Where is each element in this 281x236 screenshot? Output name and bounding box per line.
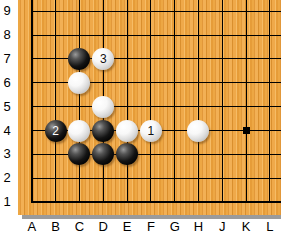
- stone-white-F4[interactable]: 1: [140, 120, 162, 142]
- move-number-3: 3: [100, 52, 107, 66]
- stone-white-D5[interactable]: [92, 96, 114, 118]
- stone-black-C3[interactable]: [68, 143, 90, 165]
- column-label-G: G: [163, 219, 187, 235]
- stone-white-E4[interactable]: [116, 120, 138, 142]
- move-number-1: 1: [148, 124, 155, 138]
- row-label-7: 7: [0, 47, 14, 71]
- stone-black-C7[interactable]: [68, 48, 90, 70]
- column-label-E: E: [115, 219, 139, 235]
- stone-white-D7[interactable]: 3: [92, 48, 114, 70]
- column-label-K: K: [234, 219, 258, 235]
- row-label-6: 6: [0, 71, 14, 95]
- column-label-A: A: [20, 219, 44, 235]
- column-label-H: H: [187, 219, 211, 235]
- row-label-2: 2: [0, 166, 14, 190]
- stone-white-C4[interactable]: [68, 120, 90, 142]
- stone-black-D3[interactable]: [92, 143, 114, 165]
- row-label-8: 8: [0, 23, 14, 47]
- stone-black-B4[interactable]: 2: [45, 120, 67, 142]
- row-label-1: 1: [0, 190, 14, 214]
- column-label-J: J: [210, 219, 234, 235]
- move-number-2: 2: [52, 124, 59, 138]
- stone-white-H4[interactable]: [187, 120, 209, 142]
- stone-white-C6[interactable]: [68, 72, 90, 94]
- row-label-9: 9: [0, 0, 14, 23]
- go-diagram: 987654321 ABCDEFGHJKL 231: [0, 0, 281, 236]
- row-label-5: 5: [0, 95, 14, 119]
- column-label-F: F: [139, 219, 163, 235]
- column-label-B: B: [44, 219, 68, 235]
- column-label-D: D: [91, 219, 115, 235]
- column-label-L: L: [258, 219, 281, 235]
- stone-grid: 231: [20, 0, 281, 214]
- column-label-C: C: [68, 219, 92, 235]
- row-label-4: 4: [0, 119, 14, 143]
- stone-black-E3[interactable]: [116, 143, 138, 165]
- stone-black-D4[interactable]: [92, 120, 114, 142]
- row-label-3: 3: [0, 142, 14, 166]
